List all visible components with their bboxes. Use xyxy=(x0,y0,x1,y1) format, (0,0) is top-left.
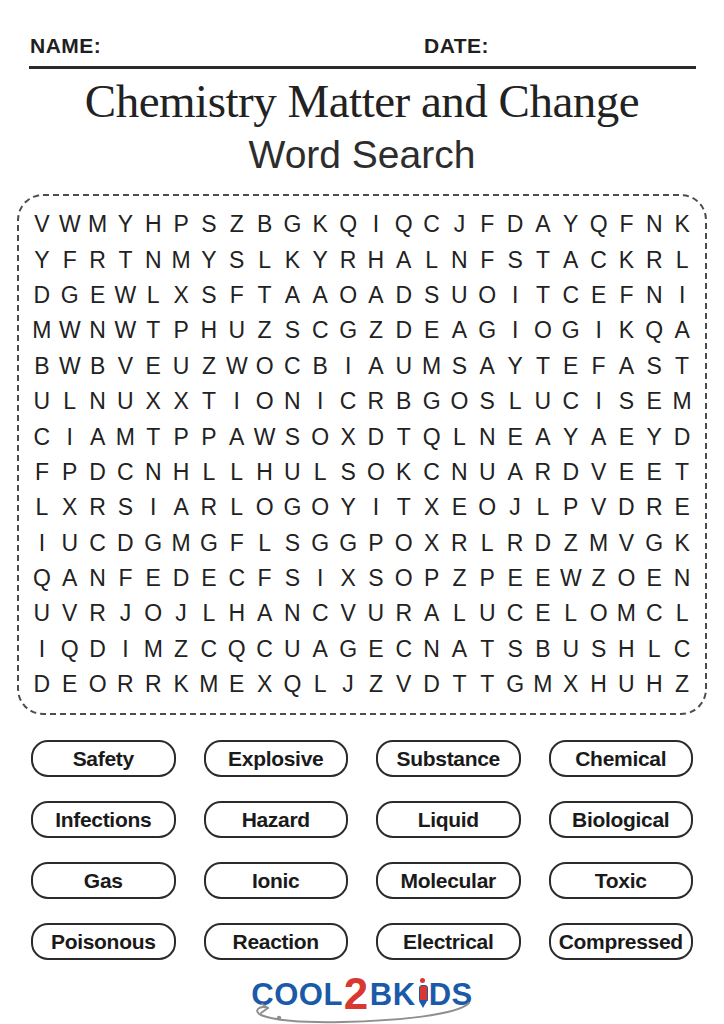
grid-cell[interactable]: S xyxy=(279,526,307,561)
grid-cell[interactable]: F xyxy=(585,349,613,384)
grid-cell[interactable]: Y xyxy=(195,242,223,277)
grid-cell[interactable]: N xyxy=(640,278,668,313)
grid-cell[interactable]: A xyxy=(446,632,474,667)
grid-cell[interactable]: H xyxy=(195,313,223,348)
grid-cell[interactable]: T xyxy=(390,490,418,525)
grid-cell[interactable]: X xyxy=(418,526,446,561)
grid-cell[interactable]: L xyxy=(529,490,557,525)
grid-cell[interactable]: Y xyxy=(640,419,668,454)
grid-cell[interactable]: S xyxy=(501,242,529,277)
word-pill[interactable]: Molecular xyxy=(376,862,521,899)
grid-cell[interactable]: M xyxy=(529,667,557,702)
grid-cell[interactable]: W xyxy=(223,349,251,384)
grid-cell[interactable]: T xyxy=(112,242,140,277)
grid-cell[interactable]: M xyxy=(139,632,167,667)
grid-cell[interactable]: R xyxy=(501,526,529,561)
word-pill[interactable]: Reaction xyxy=(204,923,349,960)
grid-cell[interactable]: G xyxy=(334,313,362,348)
grid-cell[interactable]: X xyxy=(167,384,195,419)
grid-cell[interactable]: O xyxy=(251,384,279,419)
grid-cell[interactable]: G xyxy=(640,526,668,561)
grid-cell[interactable]: V xyxy=(28,207,56,242)
grid-cell[interactable]: K xyxy=(306,207,334,242)
grid-cell[interactable]: E xyxy=(501,419,529,454)
grid-cell[interactable]: L xyxy=(28,490,56,525)
grid-cell[interactable]: O xyxy=(306,419,334,454)
grid-cell[interactable]: Q xyxy=(223,632,251,667)
grid-cell[interactable]: L xyxy=(446,419,474,454)
grid-cell[interactable]: I xyxy=(501,313,529,348)
grid-cell[interactable]: L xyxy=(501,384,529,419)
grid-cell[interactable]: G xyxy=(334,632,362,667)
grid-cell[interactable]: M xyxy=(167,242,195,277)
grid-cell[interactable]: L xyxy=(56,384,84,419)
grid-cell[interactable]: A xyxy=(501,455,529,490)
grid-cell[interactable]: D xyxy=(390,278,418,313)
grid-cell[interactable]: U xyxy=(613,667,641,702)
grid-cell[interactable]: O xyxy=(251,490,279,525)
grid-cell[interactable]: K xyxy=(390,455,418,490)
grid-cell[interactable]: F xyxy=(613,278,641,313)
grid-cell[interactable]: Z xyxy=(362,667,390,702)
grid-cell[interactable]: U xyxy=(362,596,390,631)
grid-cell[interactable]: G xyxy=(501,667,529,702)
grid-cell[interactable]: A xyxy=(167,490,195,525)
grid-cell[interactable]: M xyxy=(167,526,195,561)
grid-cell[interactable]: Z xyxy=(446,561,474,596)
grid-cell[interactable]: C xyxy=(585,242,613,277)
grid-cell[interactable]: W xyxy=(56,207,84,242)
grid-cell[interactable]: H xyxy=(613,632,641,667)
grid-cell[interactable]: D xyxy=(613,490,641,525)
grid-cell[interactable]: M xyxy=(195,667,223,702)
grid-cell[interactable]: A xyxy=(306,278,334,313)
grid-cell[interactable]: L xyxy=(306,667,334,702)
word-pill[interactable]: Liquid xyxy=(376,801,521,838)
grid-cell[interactable]: U xyxy=(223,313,251,348)
grid-cell[interactable]: X xyxy=(251,667,279,702)
grid-cell[interactable]: S xyxy=(279,561,307,596)
grid-cell[interactable]: T xyxy=(390,419,418,454)
grid-cell[interactable]: I xyxy=(223,384,251,419)
grid-cell[interactable]: Q xyxy=(279,667,307,702)
grid-cell[interactable]: C xyxy=(223,561,251,596)
grid-cell[interactable]: O xyxy=(306,490,334,525)
word-pill[interactable]: Chemical xyxy=(549,740,694,777)
word-pill[interactable]: Compressed xyxy=(549,923,694,960)
grid-cell[interactable]: L xyxy=(473,526,501,561)
grid-cell[interactable]: H xyxy=(223,596,251,631)
grid-cell[interactable]: K xyxy=(167,667,195,702)
grid-cell[interactable]: S xyxy=(640,349,668,384)
grid-cell[interactable]: C xyxy=(390,632,418,667)
grid-cell[interactable]: J xyxy=(112,596,140,631)
grid-cell[interactable]: U xyxy=(557,632,585,667)
grid-cell[interactable]: Q xyxy=(640,313,668,348)
grid-cell[interactable]: L xyxy=(251,526,279,561)
grid-cell[interactable]: E xyxy=(195,561,223,596)
grid-cell[interactable]: T xyxy=(529,349,557,384)
grid-cell[interactable]: A xyxy=(362,349,390,384)
word-pill[interactable]: Ionic xyxy=(204,862,349,899)
grid-cell[interactable]: F xyxy=(251,561,279,596)
grid-cell[interactable]: R xyxy=(446,526,474,561)
grid-cell[interactable]: N xyxy=(640,207,668,242)
grid-cell[interactable]: W xyxy=(112,278,140,313)
grid-cell[interactable]: A xyxy=(306,632,334,667)
grid-cell[interactable]: A xyxy=(446,313,474,348)
grid-cell[interactable]: Y xyxy=(306,242,334,277)
grid-cell[interactable]: X xyxy=(418,490,446,525)
grid-cell[interactable]: T xyxy=(195,384,223,419)
grid-cell[interactable]: E xyxy=(139,349,167,384)
grid-cell[interactable]: P xyxy=(473,561,501,596)
grid-cell[interactable]: A xyxy=(668,313,696,348)
grid-cell[interactable]: D xyxy=(557,455,585,490)
grid-cell[interactable]: D xyxy=(529,526,557,561)
grid-cell[interactable]: P xyxy=(167,207,195,242)
grid-cell[interactable]: V xyxy=(390,667,418,702)
grid-cell[interactable]: F xyxy=(473,207,501,242)
grid-cell[interactable]: D xyxy=(84,455,112,490)
grid-cell[interactable]: W xyxy=(251,419,279,454)
grid-cell[interactable]: U xyxy=(529,384,557,419)
grid-cell[interactable]: S xyxy=(501,632,529,667)
grid-cell[interactable]: U xyxy=(28,384,56,419)
grid-cell[interactable]: U xyxy=(112,384,140,419)
grid-cell[interactable]: B xyxy=(251,207,279,242)
grid-cell[interactable]: G xyxy=(473,313,501,348)
grid-cell[interactable]: C xyxy=(640,596,668,631)
grid-cell[interactable]: F xyxy=(56,242,84,277)
grid-cell[interactable]: A xyxy=(613,349,641,384)
grid-cell[interactable]: B xyxy=(390,384,418,419)
grid-cell[interactable]: F xyxy=(613,207,641,242)
grid-cell[interactable]: X xyxy=(167,278,195,313)
grid-cell[interactable]: I xyxy=(501,278,529,313)
grid-cell[interactable]: A xyxy=(223,419,251,454)
word-pill[interactable]: Hazard xyxy=(204,801,349,838)
grid-cell[interactable]: L xyxy=(668,596,696,631)
word-pill[interactable]: Poisonous xyxy=(31,923,176,960)
grid-cell[interactable]: M xyxy=(84,207,112,242)
grid-cell[interactable]: I xyxy=(334,349,362,384)
grid-cell[interactable]: L xyxy=(640,632,668,667)
grid-cell[interactable]: U xyxy=(473,455,501,490)
grid-cell[interactable]: E xyxy=(418,313,446,348)
grid-cell[interactable]: G xyxy=(279,207,307,242)
grid-cell[interactable]: Z xyxy=(251,313,279,348)
grid-cell[interactable]: D xyxy=(390,313,418,348)
word-pill[interactable]: Substance xyxy=(376,740,521,777)
grid-cell[interactable]: Q xyxy=(334,207,362,242)
grid-cell[interactable]: N xyxy=(84,561,112,596)
grid-cell[interactable]: A xyxy=(279,278,307,313)
grid-cell[interactable]: R xyxy=(640,490,668,525)
grid-cell[interactable]: S xyxy=(613,384,641,419)
grid-cell[interactable]: R xyxy=(529,455,557,490)
grid-cell[interactable]: E xyxy=(640,384,668,419)
grid-cell[interactable]: E xyxy=(84,278,112,313)
grid-cell[interactable]: D xyxy=(501,207,529,242)
grid-cell[interactable]: V xyxy=(613,526,641,561)
grid-cell[interactable]: G xyxy=(306,526,334,561)
grid-cell[interactable]: C xyxy=(668,632,696,667)
grid-cell[interactable]: I xyxy=(28,632,56,667)
grid-cell[interactable]: F xyxy=(223,526,251,561)
grid-cell[interactable]: D xyxy=(418,667,446,702)
grid-cell[interactable]: D xyxy=(112,526,140,561)
grid-cell[interactable]: O xyxy=(390,526,418,561)
grid-cell[interactable]: D xyxy=(668,419,696,454)
grid-cell[interactable]: X xyxy=(139,384,167,419)
grid-cell[interactable]: E xyxy=(557,349,585,384)
grid-cell[interactable]: D xyxy=(167,561,195,596)
grid-cell[interactable]: N xyxy=(84,384,112,419)
grid-cell[interactable]: L xyxy=(139,278,167,313)
grid-cell[interactable]: Q xyxy=(418,419,446,454)
grid-cell[interactable]: Z xyxy=(167,632,195,667)
grid-cell[interactable]: M xyxy=(418,349,446,384)
grid-cell[interactable]: A xyxy=(529,419,557,454)
grid-cell[interactable]: O xyxy=(473,278,501,313)
grid-cell[interactable]: M xyxy=(668,384,696,419)
grid-cell[interactable]: J xyxy=(167,596,195,631)
grid-cell[interactable]: O xyxy=(139,596,167,631)
grid-cell[interactable]: C xyxy=(334,384,362,419)
grid-cell[interactable]: T xyxy=(473,632,501,667)
word-pill[interactable]: Biological xyxy=(549,801,694,838)
grid-cell[interactable]: U xyxy=(390,349,418,384)
grid-cell[interactable]: J xyxy=(501,490,529,525)
grid-cell[interactable]: C xyxy=(195,632,223,667)
grid-cell[interactable]: C xyxy=(557,384,585,419)
grid-cell[interactable]: U xyxy=(56,526,84,561)
grid-cell[interactable]: Z xyxy=(223,207,251,242)
grid-cell[interactable]: A xyxy=(585,419,613,454)
grid-cell[interactable]: R xyxy=(195,490,223,525)
grid-cell[interactable]: L xyxy=(446,596,474,631)
grid-cell[interactable]: S xyxy=(418,278,446,313)
grid-cell[interactable]: G xyxy=(279,490,307,525)
grid-cell[interactable]: L xyxy=(195,455,223,490)
grid-cell[interactable]: K xyxy=(279,242,307,277)
grid-cell[interactable]: Z xyxy=(668,667,696,702)
grid-cell[interactable]: C xyxy=(501,596,529,631)
grid-cell[interactable]: E xyxy=(501,561,529,596)
grid-cell[interactable]: Z xyxy=(362,313,390,348)
grid-cell[interactable]: D xyxy=(28,278,56,313)
grid-cell[interactable]: U xyxy=(446,278,474,313)
grid-cell[interactable]: K xyxy=(668,207,696,242)
grid-cell[interactable]: N xyxy=(418,632,446,667)
grid-cell[interactable]: Y xyxy=(557,419,585,454)
grid-cell[interactable]: O xyxy=(529,313,557,348)
grid-cell[interactable]: E xyxy=(640,455,668,490)
grid-cell[interactable]: S xyxy=(279,419,307,454)
grid-cell[interactable]: S xyxy=(446,349,474,384)
grid-cell[interactable]: F xyxy=(28,455,56,490)
grid-cell[interactable]: I xyxy=(668,278,696,313)
grid-cell[interactable]: T xyxy=(251,278,279,313)
grid-cell[interactable]: T xyxy=(139,419,167,454)
grid-cell[interactable]: G xyxy=(195,526,223,561)
grid-cell[interactable]: I xyxy=(306,384,334,419)
grid-cell[interactable]: E xyxy=(668,490,696,525)
grid-cell[interactable]: U xyxy=(279,455,307,490)
grid-cell[interactable]: L xyxy=(195,596,223,631)
grid-cell[interactable]: A xyxy=(557,242,585,277)
word-pill[interactable]: Gas xyxy=(31,862,176,899)
grid-cell[interactable]: O xyxy=(362,455,390,490)
grid-cell[interactable]: Y xyxy=(112,207,140,242)
grid-cell[interactable]: R xyxy=(640,242,668,277)
grid-cell[interactable]: I xyxy=(139,490,167,525)
grid-cell[interactable]: H xyxy=(585,667,613,702)
grid-cell[interactable]: U xyxy=(473,596,501,631)
word-pill[interactable]: Electrical xyxy=(376,923,521,960)
grid-cell[interactable]: T xyxy=(139,313,167,348)
grid-cell[interactable]: U xyxy=(167,349,195,384)
grid-cell[interactable]: P xyxy=(195,419,223,454)
grid-cell[interactable]: D xyxy=(28,667,56,702)
grid-cell[interactable]: X xyxy=(334,561,362,596)
grid-cell[interactable]: H xyxy=(139,207,167,242)
grid-cell[interactable]: O xyxy=(473,490,501,525)
grid-cell[interactable]: C xyxy=(418,207,446,242)
grid-cell[interactable]: V xyxy=(112,349,140,384)
grid-cell[interactable]: T xyxy=(529,242,557,277)
grid-cell[interactable]: A xyxy=(56,561,84,596)
grid-cell[interactable]: R xyxy=(84,242,112,277)
grid-cell[interactable]: R xyxy=(390,596,418,631)
grid-cell[interactable]: C xyxy=(251,632,279,667)
grid-cell[interactable]: N xyxy=(139,242,167,277)
grid-cell[interactable]: E xyxy=(529,561,557,596)
grid-cell[interactable]: O xyxy=(390,561,418,596)
grid-cell[interactable]: E xyxy=(56,667,84,702)
grid-cell[interactable]: W xyxy=(56,349,84,384)
grid-cell[interactable]: I xyxy=(56,419,84,454)
grid-cell[interactable]: M xyxy=(585,526,613,561)
grid-cell[interactable]: A xyxy=(390,242,418,277)
grid-cell[interactable]: B xyxy=(529,632,557,667)
grid-cell[interactable]: E xyxy=(223,667,251,702)
grid-cell[interactable]: G xyxy=(334,526,362,561)
grid-cell[interactable]: C xyxy=(306,596,334,631)
grid-cell[interactable]: Y xyxy=(334,490,362,525)
grid-cell[interactable]: I xyxy=(585,384,613,419)
grid-cell[interactable]: V xyxy=(585,455,613,490)
grid-cell[interactable]: G xyxy=(139,526,167,561)
word-pill[interactable]: Safety xyxy=(31,740,176,777)
grid-cell[interactable]: C xyxy=(279,349,307,384)
grid-cell[interactable]: A xyxy=(473,349,501,384)
grid-cell[interactable]: G xyxy=(56,278,84,313)
grid-cell[interactable]: I xyxy=(28,526,56,561)
grid-cell[interactable]: O xyxy=(334,278,362,313)
grid-cell[interactable]: Z xyxy=(195,349,223,384)
grid-cell[interactable]: Y xyxy=(557,207,585,242)
grid-cell[interactable]: P xyxy=(167,419,195,454)
grid-cell[interactable]: L xyxy=(668,242,696,277)
grid-cell[interactable]: J xyxy=(334,667,362,702)
grid-cell[interactable]: E xyxy=(529,596,557,631)
grid-cell[interactable]: N xyxy=(279,384,307,419)
grid-cell[interactable]: B xyxy=(84,349,112,384)
grid-cell[interactable]: O xyxy=(251,349,279,384)
grid-cell[interactable]: P xyxy=(362,526,390,561)
grid-cell[interactable]: C xyxy=(418,455,446,490)
grid-cell[interactable]: B xyxy=(306,349,334,384)
grid-cell[interactable]: I xyxy=(112,632,140,667)
grid-cell[interactable]: S xyxy=(279,313,307,348)
grid-cell[interactable]: E xyxy=(446,490,474,525)
grid-cell[interactable]: K xyxy=(668,526,696,561)
grid-cell[interactable]: O xyxy=(84,667,112,702)
grid-cell[interactable]: A xyxy=(529,207,557,242)
grid-cell[interactable]: I xyxy=(306,561,334,596)
grid-cell[interactable]: R xyxy=(84,596,112,631)
grid-cell[interactable]: E xyxy=(362,632,390,667)
grid-cell[interactable]: S xyxy=(334,455,362,490)
grid-cell[interactable]: Y xyxy=(501,349,529,384)
grid-cell[interactable]: F xyxy=(473,242,501,277)
grid-cell[interactable]: L xyxy=(223,490,251,525)
grid-cell[interactable]: S xyxy=(195,207,223,242)
grid-cell[interactable]: N xyxy=(446,455,474,490)
grid-cell[interactable]: K xyxy=(613,313,641,348)
grid-cell[interactable]: N xyxy=(279,596,307,631)
grid-cell[interactable]: E xyxy=(640,561,668,596)
grid-cell[interactable]: R xyxy=(334,242,362,277)
grid-cell[interactable]: N xyxy=(473,419,501,454)
grid-cell[interactable]: V xyxy=(56,596,84,631)
grid-cell[interactable]: P xyxy=(557,490,585,525)
grid-cell[interactable]: W xyxy=(557,561,585,596)
grid-cell[interactable]: U xyxy=(28,596,56,631)
grid-cell[interactable]: Y xyxy=(28,242,56,277)
grid-cell[interactable]: A xyxy=(251,596,279,631)
grid-cell[interactable]: Z xyxy=(585,561,613,596)
grid-cell[interactable]: A xyxy=(362,278,390,313)
grid-cell[interactable]: T xyxy=(668,349,696,384)
word-pill[interactable]: Explosive xyxy=(204,740,349,777)
grid-cell[interactable]: I xyxy=(585,313,613,348)
grid-cell[interactable]: L xyxy=(251,242,279,277)
grid-cell[interactable]: I xyxy=(362,207,390,242)
grid-cell[interactable]: N xyxy=(139,455,167,490)
grid-cell[interactable]: A xyxy=(418,596,446,631)
grid-cell[interactable]: M xyxy=(613,596,641,631)
grid-cell[interactable]: F xyxy=(223,278,251,313)
grid-cell[interactable]: W xyxy=(56,313,84,348)
grid-cell[interactable]: E xyxy=(139,561,167,596)
grid-cell[interactable]: H xyxy=(362,242,390,277)
grid-cell[interactable]: X xyxy=(557,667,585,702)
grid-cell[interactable]: T xyxy=(529,278,557,313)
word-pill[interactable]: Toxic xyxy=(549,862,694,899)
grid-cell[interactable]: H xyxy=(251,455,279,490)
grid-cell[interactable]: C xyxy=(84,526,112,561)
grid-cell[interactable]: S xyxy=(585,632,613,667)
grid-cell[interactable]: V xyxy=(585,490,613,525)
grid-cell[interactable]: R xyxy=(139,667,167,702)
grid-cell[interactable]: T xyxy=(473,667,501,702)
grid-cell[interactable]: I xyxy=(362,490,390,525)
grid-cell[interactable]: G xyxy=(418,384,446,419)
grid-cell[interactable]: V xyxy=(334,596,362,631)
